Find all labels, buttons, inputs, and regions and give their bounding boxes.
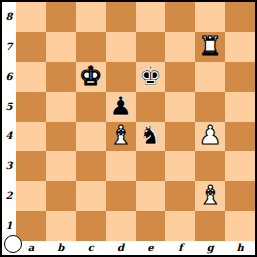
square-c7[interactable]: [76, 32, 106, 62]
square-e7[interactable]: [136, 32, 166, 62]
square-d8[interactable]: [106, 2, 136, 32]
square-h8[interactable]: [225, 2, 255, 32]
white-to-move-indicator: [4, 235, 22, 253]
square-c6[interactable]: ♚: [76, 62, 106, 92]
square-f7[interactable]: [165, 32, 195, 62]
square-c3[interactable]: [76, 151, 106, 181]
square-h7[interactable]: [225, 32, 255, 62]
square-f2[interactable]: [165, 181, 195, 211]
square-h5[interactable]: [225, 92, 255, 122]
rank-label-6: 6: [2, 62, 16, 92]
file-label-g: g: [195, 241, 225, 255]
square-a6[interactable]: [16, 62, 46, 92]
file-label-e: e: [136, 241, 166, 255]
square-c2[interactable]: [76, 181, 106, 211]
square-g7[interactable]: ♜: [195, 32, 225, 62]
square-c4[interactable]: [76, 122, 106, 152]
square-a2[interactable]: [16, 181, 46, 211]
file-label-h: h: [225, 241, 255, 255]
file-label-f: f: [165, 241, 195, 255]
square-d3[interactable]: [106, 151, 136, 181]
square-b8[interactable]: [46, 2, 76, 32]
square-h1[interactable]: [225, 211, 255, 241]
square-h3[interactable]: [225, 151, 255, 181]
square-d7[interactable]: [106, 32, 136, 62]
square-a5[interactable]: [16, 92, 46, 122]
square-e8[interactable]: [136, 2, 166, 32]
square-g5[interactable]: [195, 92, 225, 122]
square-c1[interactable]: [76, 211, 106, 241]
square-b7[interactable]: [46, 32, 76, 62]
square-g2[interactable]: ♝: [195, 181, 225, 211]
square-h4[interactable]: [225, 122, 255, 152]
square-d4[interactable]: ♝: [106, 122, 136, 152]
square-h6[interactable]: [225, 62, 255, 92]
square-c5[interactable]: [76, 92, 106, 122]
file-label-b: b: [46, 241, 76, 255]
square-e5[interactable]: [136, 92, 166, 122]
white-bishop[interactable]: ♝: [199, 182, 222, 208]
square-d1[interactable]: [106, 211, 136, 241]
square-b2[interactable]: [46, 181, 76, 211]
square-g4[interactable]: ♟: [195, 122, 225, 152]
rank-label-2: 2: [2, 181, 16, 211]
chess-board-diagram: 87♜6♚♚5♟4♝♞♟32♝1abcdefgh: [0, 0, 257, 257]
square-a4[interactable]: [16, 122, 46, 152]
square-f1[interactable]: [165, 211, 195, 241]
rank-label-7: 7: [2, 32, 16, 62]
white-king[interactable]: ♚: [79, 63, 102, 89]
black-knight[interactable]: ♞: [139, 122, 162, 148]
white-pawn[interactable]: ♟: [199, 122, 222, 148]
square-a7[interactable]: [16, 32, 46, 62]
square-e3[interactable]: [136, 151, 166, 181]
square-a8[interactable]: [16, 2, 46, 32]
square-e6[interactable]: ♚: [136, 62, 166, 92]
square-g6[interactable]: [195, 62, 225, 92]
black-pawn[interactable]: ♟: [109, 93, 132, 119]
square-e2[interactable]: [136, 181, 166, 211]
square-b4[interactable]: [46, 122, 76, 152]
square-g8[interactable]: [195, 2, 225, 32]
square-c8[interactable]: [76, 2, 106, 32]
square-b1[interactable]: [46, 211, 76, 241]
square-g3[interactable]: [195, 151, 225, 181]
square-f6[interactable]: [165, 62, 195, 92]
square-b6[interactable]: [46, 62, 76, 92]
black-king[interactable]: ♚: [139, 63, 162, 89]
square-d5[interactable]: ♟: [106, 92, 136, 122]
square-d6[interactable]: [106, 62, 136, 92]
file-label-d: d: [106, 241, 136, 255]
square-a1[interactable]: [16, 211, 46, 241]
square-f4[interactable]: [165, 122, 195, 152]
square-g1[interactable]: [195, 211, 225, 241]
square-e4[interactable]: ♞: [136, 122, 166, 152]
square-b5[interactable]: [46, 92, 76, 122]
white-rook[interactable]: ♜: [199, 33, 222, 59]
rank-label-3: 3: [2, 151, 16, 181]
square-a3[interactable]: [16, 151, 46, 181]
file-label-c: c: [76, 241, 106, 255]
rank-label-4: 4: [2, 122, 16, 152]
white-bishop[interactable]: ♝: [109, 122, 132, 148]
square-f8[interactable]: [165, 2, 195, 32]
square-f3[interactable]: [165, 151, 195, 181]
rank-label-8: 8: [2, 2, 16, 32]
square-f5[interactable]: [165, 92, 195, 122]
square-h2[interactable]: [225, 181, 255, 211]
square-d2[interactable]: [106, 181, 136, 211]
rank-label-5: 5: [2, 92, 16, 122]
square-b3[interactable]: [46, 151, 76, 181]
square-e1[interactable]: [136, 211, 166, 241]
